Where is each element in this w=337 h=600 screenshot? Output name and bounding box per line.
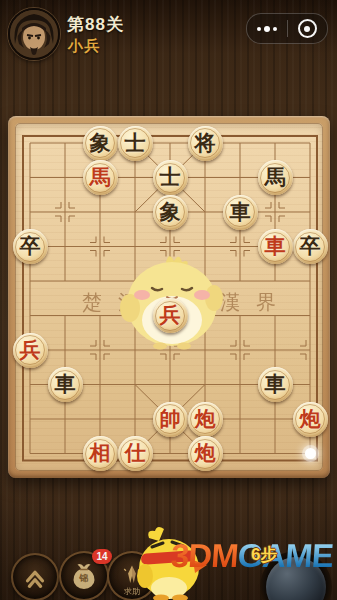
piece-red-相[interactable]: 相 xyxy=(83,436,118,471)
player-avatar[interactable] xyxy=(8,8,60,60)
avatar-face-icon xyxy=(10,10,58,58)
close-home-button[interactable] xyxy=(288,14,328,43)
piece-black-車[interactable]: 車 xyxy=(223,195,258,230)
xiangqi-board: 楚河 漢界 象士将士馬象車卒卒車車馬車兵兵帥炮炮相仕炮 xyxy=(8,116,330,478)
piece-red-馬[interactable]: 馬 xyxy=(83,160,118,195)
piece-red-仕[interactable]: 仕 xyxy=(118,436,153,471)
piece-red-兵[interactable]: 兵 xyxy=(13,333,48,368)
piece-red-炮[interactable]: 炮 xyxy=(293,402,328,437)
chevron-up-icon xyxy=(21,563,49,591)
step-counter: 6步 xyxy=(251,543,277,566)
piece-red-車[interactable]: 車 xyxy=(258,229,293,264)
watermark-3dm-text: 3DM xyxy=(170,537,239,574)
more-icon xyxy=(257,26,277,32)
piece-black-士[interactable]: 士 xyxy=(153,160,188,195)
piece-black-車[interactable]: 車 xyxy=(48,367,83,402)
piece-black-車[interactable]: 車 xyxy=(258,367,293,402)
difficulty-label: 小兵 xyxy=(68,37,100,56)
level-title: 第88关 xyxy=(67,13,124,36)
app-screen: 第88关 小兵 楚河 漢界 象士将士馬象車卒卒車車馬車 xyxy=(0,0,337,600)
piece-red-兵[interactable]: 兵 xyxy=(153,298,188,333)
capsule-target-icon xyxy=(298,19,317,38)
piece-red-炮[interactable]: 炮 xyxy=(188,402,223,437)
miniprogram-capsule xyxy=(246,13,328,44)
hint-count-badge: 14 xyxy=(92,549,112,564)
piece-black-卒[interactable]: 卒 xyxy=(293,229,328,264)
piece-black-卒[interactable]: 卒 xyxy=(13,229,48,264)
piece-black-象[interactable]: 象 xyxy=(153,195,188,230)
piece-red-帥[interactable]: 帥 xyxy=(153,402,188,437)
bag-character: 锦 xyxy=(80,572,89,585)
piece-layer: 象士将士馬象車卒卒車車馬車兵兵帥炮炮相仕炮 xyxy=(8,116,330,478)
piece-red-炮[interactable]: 炮 xyxy=(188,436,223,471)
more-button[interactable] xyxy=(247,14,287,43)
highlight-dot[interactable] xyxy=(305,448,316,459)
expand-menu-button[interactable] xyxy=(11,553,59,600)
hint-bag-button[interactable]: 锦 14 xyxy=(59,551,109,600)
piece-black-馬[interactable]: 馬 xyxy=(258,160,293,195)
piece-black-士[interactable]: 士 xyxy=(118,126,153,161)
piece-black-象[interactable]: 象 xyxy=(83,126,118,161)
piece-black-将[interactable]: 将 xyxy=(188,126,223,161)
